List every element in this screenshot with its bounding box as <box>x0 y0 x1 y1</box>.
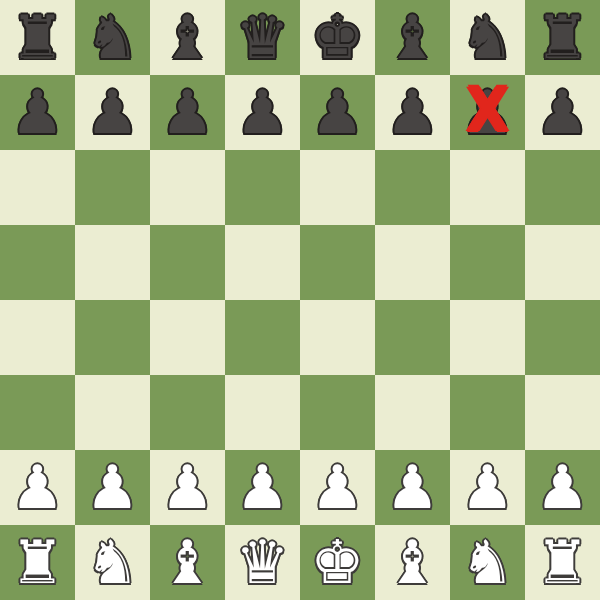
square-e1[interactable]: ♚ <box>300 525 375 600</box>
square-d6[interactable] <box>225 150 300 225</box>
square-e5[interactable] <box>300 225 375 300</box>
piece-black-king[interactable]: ♚ <box>311 7 365 67</box>
square-b2[interactable]: ♟ <box>75 450 150 525</box>
square-f7[interactable]: ♟ <box>375 75 450 150</box>
square-h4[interactable] <box>525 300 600 375</box>
square-d5[interactable] <box>225 225 300 300</box>
square-d7[interactable]: ♟ <box>225 75 300 150</box>
square-g6[interactable] <box>450 150 525 225</box>
square-g1[interactable]: ♞ <box>450 525 525 600</box>
piece-black-pawn[interactable]: ♟ <box>161 82 215 142</box>
piece-black-knight[interactable]: ♞ <box>86 7 140 67</box>
piece-white-king[interactable]: ♚ <box>311 532 365 592</box>
square-e4[interactable] <box>300 300 375 375</box>
square-c2[interactable]: ♟ <box>150 450 225 525</box>
chess-board: ♜♞♝♛♚♝♞♜♟♟♟♟♟♟♟X♟♟♟♟♟♟♟♟♟♜♞♝♛♚♝♞♜ <box>0 0 600 600</box>
square-f1[interactable]: ♝ <box>375 525 450 600</box>
square-a3[interactable] <box>0 375 75 450</box>
piece-white-bishop[interactable]: ♝ <box>161 532 215 592</box>
piece-white-rook[interactable]: ♜ <box>536 532 590 592</box>
piece-black-pawn[interactable]: ♟ <box>461 82 515 142</box>
square-c4[interactable] <box>150 300 225 375</box>
square-c1[interactable]: ♝ <box>150 525 225 600</box>
square-c5[interactable] <box>150 225 225 300</box>
square-f2[interactable]: ♟ <box>375 450 450 525</box>
piece-white-pawn[interactable]: ♟ <box>11 457 65 517</box>
square-h5[interactable] <box>525 225 600 300</box>
square-e8[interactable]: ♚ <box>300 0 375 75</box>
piece-black-bishop[interactable]: ♝ <box>386 7 440 67</box>
square-e6[interactable] <box>300 150 375 225</box>
piece-black-rook[interactable]: ♜ <box>11 7 65 67</box>
square-f5[interactable] <box>375 225 450 300</box>
piece-black-pawn[interactable]: ♟ <box>86 82 140 142</box>
piece-black-rook[interactable]: ♜ <box>536 7 590 67</box>
square-b4[interactable] <box>75 300 150 375</box>
square-g7[interactable]: ♟X <box>450 75 525 150</box>
square-c7[interactable]: ♟ <box>150 75 225 150</box>
piece-white-pawn[interactable]: ♟ <box>536 457 590 517</box>
square-h3[interactable] <box>525 375 600 450</box>
square-a1[interactable]: ♜ <box>0 525 75 600</box>
square-h6[interactable] <box>525 150 600 225</box>
square-h2[interactable]: ♟ <box>525 450 600 525</box>
square-f8[interactable]: ♝ <box>375 0 450 75</box>
square-a8[interactable]: ♜ <box>0 0 75 75</box>
piece-white-rook[interactable]: ♜ <box>11 532 65 592</box>
square-a2[interactable]: ♟ <box>0 450 75 525</box>
square-f6[interactable] <box>375 150 450 225</box>
square-g5[interactable] <box>450 225 525 300</box>
piece-black-pawn[interactable]: ♟ <box>386 82 440 142</box>
square-g3[interactable] <box>450 375 525 450</box>
square-b5[interactable] <box>75 225 150 300</box>
square-h7[interactable]: ♟ <box>525 75 600 150</box>
square-d4[interactable] <box>225 300 300 375</box>
piece-black-queen[interactable]: ♛ <box>236 7 290 67</box>
square-b3[interactable] <box>75 375 150 450</box>
square-b8[interactable]: ♞ <box>75 0 150 75</box>
square-g2[interactable]: ♟ <box>450 450 525 525</box>
piece-white-queen[interactable]: ♛ <box>236 532 290 592</box>
square-b6[interactable] <box>75 150 150 225</box>
piece-white-pawn[interactable]: ♟ <box>86 457 140 517</box>
square-c6[interactable] <box>150 150 225 225</box>
square-f4[interactable] <box>375 300 450 375</box>
square-d3[interactable] <box>225 375 300 450</box>
square-a5[interactable] <box>0 225 75 300</box>
piece-black-pawn[interactable]: ♟ <box>536 82 590 142</box>
square-a6[interactable] <box>0 150 75 225</box>
square-e2[interactable]: ♟ <box>300 450 375 525</box>
square-a7[interactable]: ♟ <box>0 75 75 150</box>
piece-white-pawn[interactable]: ♟ <box>311 457 365 517</box>
piece-black-bishop[interactable]: ♝ <box>161 7 215 67</box>
piece-black-knight[interactable]: ♞ <box>461 7 515 67</box>
square-d8[interactable]: ♛ <box>225 0 300 75</box>
square-b7[interactable]: ♟ <box>75 75 150 150</box>
square-d1[interactable]: ♛ <box>225 525 300 600</box>
piece-black-pawn[interactable]: ♟ <box>311 82 365 142</box>
piece-white-knight[interactable]: ♞ <box>461 532 515 592</box>
square-a4[interactable] <box>0 300 75 375</box>
square-g4[interactable] <box>450 300 525 375</box>
square-h1[interactable]: ♜ <box>525 525 600 600</box>
piece-black-pawn[interactable]: ♟ <box>236 82 290 142</box>
square-e7[interactable]: ♟ <box>300 75 375 150</box>
square-d2[interactable]: ♟ <box>225 450 300 525</box>
square-h8[interactable]: ♜ <box>525 0 600 75</box>
piece-white-pawn[interactable]: ♟ <box>386 457 440 517</box>
square-c8[interactable]: ♝ <box>150 0 225 75</box>
piece-white-knight[interactable]: ♞ <box>86 532 140 592</box>
square-c3[interactable] <box>150 375 225 450</box>
piece-black-pawn[interactable]: ♟ <box>11 82 65 142</box>
piece-white-bishop[interactable]: ♝ <box>386 532 440 592</box>
square-b1[interactable]: ♞ <box>75 525 150 600</box>
piece-white-pawn[interactable]: ♟ <box>161 457 215 517</box>
piece-white-pawn[interactable]: ♟ <box>461 457 515 517</box>
square-g8[interactable]: ♞ <box>450 0 525 75</box>
piece-white-pawn[interactable]: ♟ <box>236 457 290 517</box>
square-f3[interactable] <box>375 375 450 450</box>
square-e3[interactable] <box>300 375 375 450</box>
